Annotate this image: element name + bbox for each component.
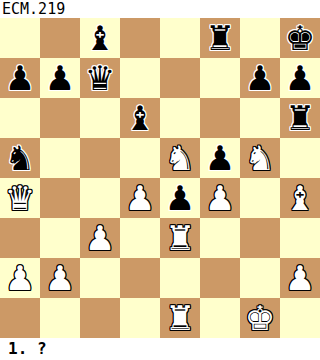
square-g1[interactable]: ♚ [240,298,280,338]
square-b6[interactable] [40,98,80,138]
square-d4[interactable]: ♟ [120,178,160,218]
square-d8[interactable] [120,18,160,58]
square-a3[interactable] [0,218,40,258]
square-a6[interactable] [0,98,40,138]
square-c1[interactable] [80,298,120,338]
square-e6[interactable] [160,98,200,138]
square-b1[interactable] [40,298,80,338]
square-d5[interactable] [120,138,160,178]
white-pawn: ♟ [80,218,120,258]
white-bishop: ♝ [280,178,320,218]
square-e5[interactable]: ♞ [160,138,200,178]
white-pawn: ♟ [120,178,160,218]
black-pawn: ♟ [200,138,240,178]
diagram-title: ECM.219 [0,0,320,18]
white-rook: ♜ [160,218,200,258]
square-b8[interactable] [40,18,80,58]
move-prompt: 1. ? [0,338,320,360]
square-b2[interactable]: ♟ [40,258,80,298]
square-c7[interactable]: ♛ [80,58,120,98]
square-h3[interactable] [280,218,320,258]
square-e1[interactable]: ♜ [160,298,200,338]
square-h4[interactable]: ♝ [280,178,320,218]
square-f3[interactable] [200,218,240,258]
chess-diagram-page: ECM.219 ♝♜♚♟♟♛♟♟♝♜♞♞♟♞♛♟♟♟♝♟♜♟♟♟♜♚ 1. ? [0,0,320,360]
white-pawn: ♟ [200,178,240,218]
square-d2[interactable] [120,258,160,298]
square-a7[interactable]: ♟ [0,58,40,98]
square-g5[interactable]: ♞ [240,138,280,178]
square-h1[interactable] [280,298,320,338]
black-pawn: ♟ [0,58,40,98]
square-f2[interactable] [200,258,240,298]
chess-board: ♝♜♚♟♟♛♟♟♝♜♞♞♟♞♛♟♟♟♝♟♜♟♟♟♜♚ [0,18,320,338]
black-pawn: ♟ [40,58,80,98]
square-g6[interactable] [240,98,280,138]
square-h2[interactable]: ♟ [280,258,320,298]
black-bishop: ♝ [80,18,120,58]
square-c2[interactable] [80,258,120,298]
square-h8[interactable]: ♚ [280,18,320,58]
square-f5[interactable]: ♟ [200,138,240,178]
square-e8[interactable] [160,18,200,58]
square-e2[interactable] [160,258,200,298]
square-g4[interactable] [240,178,280,218]
square-d1[interactable] [120,298,160,338]
square-d3[interactable] [120,218,160,258]
white-king: ♚ [240,298,280,338]
white-pawn: ♟ [40,258,80,298]
black-queen: ♛ [80,58,120,98]
black-rook: ♜ [200,18,240,58]
black-pawn: ♟ [240,58,280,98]
square-b7[interactable]: ♟ [40,58,80,98]
black-bishop: ♝ [120,98,160,138]
square-c8[interactable]: ♝ [80,18,120,58]
square-f4[interactable]: ♟ [200,178,240,218]
white-knight: ♞ [240,138,280,178]
square-a5[interactable]: ♞ [0,138,40,178]
square-a2[interactable]: ♟ [0,258,40,298]
square-c3[interactable]: ♟ [80,218,120,258]
square-f6[interactable] [200,98,240,138]
black-king: ♚ [280,18,320,58]
square-e3[interactable]: ♜ [160,218,200,258]
square-c6[interactable] [80,98,120,138]
square-h5[interactable] [280,138,320,178]
square-d6[interactable]: ♝ [120,98,160,138]
black-knight: ♞ [0,138,40,178]
square-a1[interactable] [0,298,40,338]
square-f7[interactable] [200,58,240,98]
black-rook: ♜ [280,98,320,138]
white-queen: ♛ [0,178,40,218]
square-g2[interactable] [240,258,280,298]
square-a8[interactable] [0,18,40,58]
white-pawn: ♟ [280,258,320,298]
square-g7[interactable]: ♟ [240,58,280,98]
square-h6[interactable]: ♜ [280,98,320,138]
square-e4[interactable]: ♟ [160,178,200,218]
square-e7[interactable] [160,58,200,98]
square-g3[interactable] [240,218,280,258]
square-c4[interactable] [80,178,120,218]
square-f8[interactable]: ♜ [200,18,240,58]
white-knight: ♞ [160,138,200,178]
square-a4[interactable]: ♛ [0,178,40,218]
square-d7[interactable] [120,58,160,98]
white-pawn: ♟ [0,258,40,298]
square-g8[interactable] [240,18,280,58]
square-c5[interactable] [80,138,120,178]
white-rook: ♜ [160,298,200,338]
black-pawn: ♟ [280,58,320,98]
square-b5[interactable] [40,138,80,178]
black-pawn: ♟ [160,178,200,218]
square-b3[interactable] [40,218,80,258]
square-f1[interactable] [200,298,240,338]
square-h7[interactable]: ♟ [280,58,320,98]
square-b4[interactable] [40,178,80,218]
